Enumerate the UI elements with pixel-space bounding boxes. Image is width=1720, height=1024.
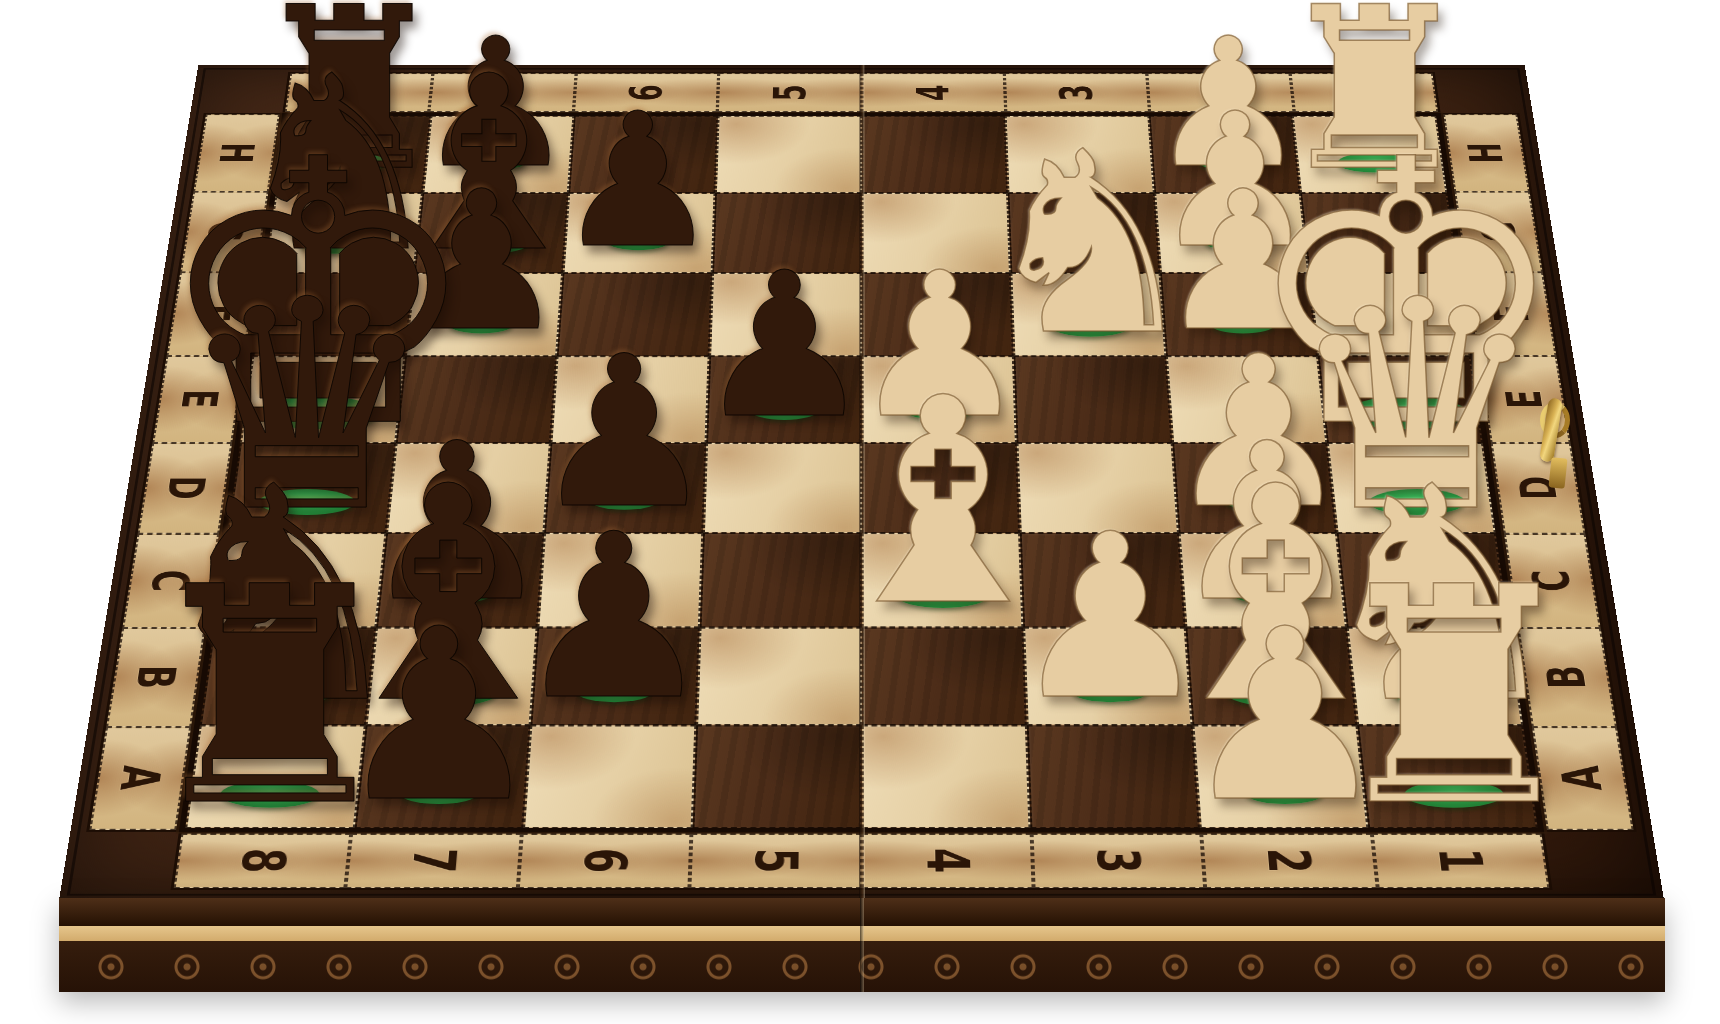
square-f6[interactable]	[557, 273, 712, 356]
square-d7[interactable]	[386, 443, 551, 533]
file-label-left-G: G	[180, 192, 268, 272]
front-fold-seam	[860, 898, 864, 992]
square-g1[interactable]	[1301, 193, 1459, 273]
square-h5[interactable]	[715, 116, 861, 193]
rank-label-top-2: 2	[1147, 73, 1294, 111]
file-label-right-C: C	[1504, 534, 1601, 629]
file-label-right-F: F	[1466, 272, 1556, 356]
square-e5[interactable]	[706, 356, 861, 443]
square-g8[interactable]	[265, 193, 423, 273]
square-b8[interactable]	[200, 627, 376, 725]
rank-label-bottom-3: 3	[1031, 834, 1205, 888]
square-f3[interactable]	[1011, 273, 1166, 356]
square-a2[interactable]	[1192, 726, 1368, 829]
square-g5[interactable]	[712, 193, 861, 273]
square-c8[interactable]	[214, 533, 386, 627]
square-d4[interactable]	[862, 443, 1021, 533]
file-label-right-H: H	[1443, 114, 1529, 191]
square-f4[interactable]	[862, 273, 1014, 356]
file-label-left-H: H	[193, 114, 279, 191]
rank-label-top-6: 6	[573, 73, 718, 111]
rank-label-bottom-4: 4	[862, 834, 1034, 888]
chess-board: 87654321 87654321 HGFEDCBA HGFEDCBA	[59, 65, 1664, 900]
square-f1[interactable]	[1309, 273, 1470, 356]
square-e4[interactable]	[862, 356, 1017, 443]
file-label-left-D: D	[138, 443, 232, 534]
board-fold-seam	[859, 65, 865, 900]
square-g3[interactable]	[1008, 193, 1160, 273]
square-b4[interactable]	[862, 627, 1027, 725]
square-g2[interactable]	[1154, 193, 1309, 273]
square-b7[interactable]	[365, 627, 537, 725]
square-e6[interactable]	[551, 356, 709, 443]
square-d1[interactable]	[1327, 443, 1495, 533]
square-a8[interactable]	[185, 726, 365, 829]
square-h3[interactable]	[1005, 116, 1154, 193]
board-frame: 87654321 87654321 HGFEDCBA HGFEDCBA	[59, 65, 1664, 900]
rank-label-bottom-8: 8	[174, 834, 352, 888]
latch-plate-icon	[1548, 457, 1567, 489]
square-c7[interactable]	[376, 533, 545, 627]
square-f2[interactable]	[1160, 273, 1318, 356]
rank-label-bottom-2: 2	[1201, 834, 1377, 888]
square-b3[interactable]	[1023, 627, 1192, 725]
square-a3[interactable]	[1027, 726, 1200, 829]
square-b6[interactable]	[531, 627, 700, 725]
square-g6[interactable]	[563, 193, 715, 273]
chess-set-photo: 87654321 87654321 HGFEDCBA HGFEDCBA ♜♟♟♜…	[0, 0, 1720, 1024]
square-d2[interactable]	[1172, 443, 1337, 533]
square-e2[interactable]	[1166, 356, 1328, 443]
square-b1[interactable]	[1347, 627, 1523, 725]
square-e7[interactable]	[396, 356, 558, 443]
rank-label-top-1: 1	[1290, 73, 1438, 111]
square-e1[interactable]	[1318, 356, 1483, 443]
file-label-right-B: B	[1518, 628, 1617, 727]
rank-label-top-4: 4	[862, 73, 1006, 111]
square-c3[interactable]	[1020, 533, 1185, 627]
square-a5[interactable]	[692, 726, 861, 829]
rank-label-bottom-6: 6	[518, 834, 692, 888]
square-a7[interactable]	[354, 726, 530, 829]
file-label-left-B: B	[106, 628, 205, 727]
square-c4[interactable]	[862, 533, 1024, 627]
rank-label-top-5: 5	[717, 73, 861, 111]
square-b5[interactable]	[696, 627, 861, 725]
file-label-right-A: A	[1532, 727, 1634, 830]
rank-label-bottom-7: 7	[346, 834, 522, 888]
square-h1[interactable]	[1292, 116, 1447, 193]
rank-label-top-3: 3	[1004, 73, 1149, 111]
square-b2[interactable]	[1185, 627, 1357, 725]
file-label-right-G: G	[1455, 192, 1543, 272]
square-a6[interactable]	[523, 726, 696, 829]
square-c6[interactable]	[538, 533, 703, 627]
square-e8[interactable]	[240, 356, 405, 443]
square-c5[interactable]	[700, 533, 862, 627]
brass-latch	[1538, 398, 1572, 498]
square-h2[interactable]	[1149, 116, 1301, 193]
square-f5[interactable]	[709, 273, 861, 356]
square-d5[interactable]	[703, 443, 862, 533]
square-h8[interactable]	[276, 116, 431, 193]
square-h6[interactable]	[569, 116, 718, 193]
square-g4[interactable]	[862, 193, 1011, 273]
rank-label-top-8: 8	[285, 73, 433, 111]
square-a4[interactable]	[862, 726, 1031, 829]
file-label-left-A: A	[89, 727, 191, 830]
file-label-left-F: F	[167, 272, 257, 356]
board-front-edge	[59, 898, 1665, 992]
square-a1[interactable]	[1358, 726, 1538, 829]
square-d8[interactable]	[227, 443, 395, 533]
file-label-left-C: C	[122, 534, 219, 629]
square-d6[interactable]	[544, 443, 706, 533]
square-h4[interactable]	[862, 116, 1008, 193]
square-d3[interactable]	[1017, 443, 1179, 533]
file-label-left-E: E	[152, 356, 244, 443]
rank-label-bottom-5: 5	[690, 834, 862, 888]
square-g7[interactable]	[414, 193, 569, 273]
square-f8[interactable]	[253, 273, 414, 356]
square-c2[interactable]	[1179, 533, 1348, 627]
rank-label-top-7: 7	[429, 73, 576, 111]
rank-label-bottom-1: 1	[1371, 834, 1549, 888]
square-e3[interactable]	[1014, 356, 1172, 443]
square-c1[interactable]	[1337, 533, 1509, 627]
square-h7[interactable]	[422, 116, 574, 193]
square-f7[interactable]	[405, 273, 563, 356]
